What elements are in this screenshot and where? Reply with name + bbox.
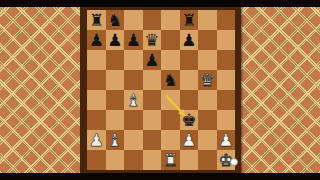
square-a4[interactable]	[87, 90, 106, 110]
chess-board[interactable]: ♜♞♜♟♟♟♛♟♟♞♛♝♚♟♝♟♟♜♚	[87, 10, 235, 170]
piece-white-rook-e1[interactable]: ♜	[161, 150, 180, 170]
square-d5[interactable]	[143, 70, 162, 90]
piece-black-pawn-b7[interactable]: ♟	[106, 30, 125, 50]
piece-black-knight-b8[interactable]: ♞	[106, 10, 125, 30]
square-f6[interactable]	[180, 50, 199, 70]
square-b5[interactable]	[106, 70, 125, 90]
square-g7[interactable]	[198, 30, 217, 50]
piece-black-rook-a8[interactable]: ♜	[87, 10, 106, 30]
square-d8[interactable]	[143, 10, 162, 30]
piece-black-king-f3[interactable]: ♚	[180, 110, 199, 130]
white-to-move-indicator	[230, 158, 238, 166]
square-c1[interactable]	[124, 150, 143, 170]
square-e4[interactable]	[161, 90, 180, 110]
square-c3[interactable]	[124, 110, 143, 130]
top-letterbox-bar	[0, 0, 320, 7]
square-d4[interactable]	[143, 90, 162, 110]
piece-white-bishop-c4[interactable]: ♝	[124, 90, 143, 110]
square-e2[interactable]	[161, 130, 180, 150]
piece-black-queen-d7[interactable]: ♛	[143, 30, 162, 50]
square-b6[interactable]	[106, 50, 125, 70]
square-h8[interactable]	[217, 10, 236, 30]
square-a5[interactable]	[87, 70, 106, 90]
square-a3[interactable]	[87, 110, 106, 130]
square-a6[interactable]	[87, 50, 106, 70]
square-g2[interactable]	[198, 130, 217, 150]
piece-white-queen-g5[interactable]: ♛	[198, 70, 217, 90]
piece-black-knight-e5[interactable]: ♞	[161, 70, 180, 90]
bottom-letterbox-bar	[0, 173, 320, 180]
square-e6[interactable]	[161, 50, 180, 70]
square-c6[interactable]	[124, 50, 143, 70]
square-d1[interactable]	[143, 150, 162, 170]
square-h3[interactable]	[217, 110, 236, 130]
square-h7[interactable]	[217, 30, 236, 50]
square-f4[interactable]	[180, 90, 199, 110]
square-g1[interactable]	[198, 150, 217, 170]
square-f1[interactable]	[180, 150, 199, 170]
square-b1[interactable]	[106, 150, 125, 170]
square-c2[interactable]	[124, 130, 143, 150]
square-g6[interactable]	[198, 50, 217, 70]
square-e3[interactable]	[161, 110, 180, 130]
piece-white-pawn-f2[interactable]: ♟	[180, 130, 199, 150]
square-g4[interactable]	[198, 90, 217, 110]
square-a1[interactable]	[87, 150, 106, 170]
square-g3[interactable]	[198, 110, 217, 130]
piece-black-pawn-a7[interactable]: ♟	[87, 30, 106, 50]
square-b4[interactable]	[106, 90, 125, 110]
square-e8[interactable]	[161, 10, 180, 30]
piece-white-bishop-b2[interactable]: ♝	[106, 130, 125, 150]
square-h4[interactable]	[217, 90, 236, 110]
square-c5[interactable]	[124, 70, 143, 90]
square-d2[interactable]	[143, 130, 162, 150]
square-e7[interactable]	[161, 30, 180, 50]
piece-white-pawn-h2[interactable]: ♟	[217, 130, 236, 150]
square-h5[interactable]	[217, 70, 236, 90]
square-f5[interactable]	[180, 70, 199, 90]
piece-black-pawn-f7[interactable]: ♟	[180, 30, 199, 50]
square-d3[interactable]	[143, 110, 162, 130]
piece-black-rook-f8[interactable]: ♜	[180, 10, 199, 30]
piece-black-pawn-d6[interactable]: ♟	[143, 50, 162, 70]
piece-black-pawn-c7[interactable]: ♟	[124, 30, 143, 50]
square-g8[interactable]	[198, 10, 217, 30]
square-h6[interactable]	[217, 50, 236, 70]
piece-white-pawn-a2[interactable]: ♟	[87, 130, 106, 150]
square-c8[interactable]	[124, 10, 143, 30]
square-b3[interactable]	[106, 110, 125, 130]
